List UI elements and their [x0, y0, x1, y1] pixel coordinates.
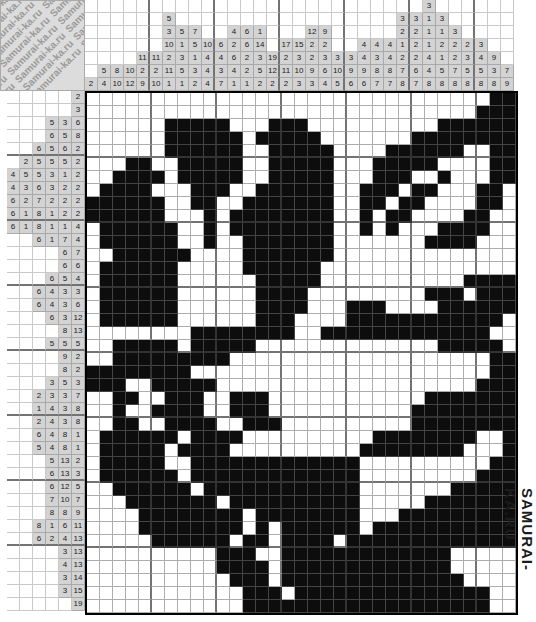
grid-cell[interactable]: [126, 509, 139, 522]
grid-cell[interactable]: [100, 106, 113, 119]
grid-cell[interactable]: [139, 262, 152, 275]
grid-cell[interactable]: [126, 301, 139, 314]
grid-cell[interactable]: [464, 340, 477, 353]
grid-cell[interactable]: [503, 145, 516, 158]
grid-cell[interactable]: [347, 496, 360, 509]
grid-cell[interactable]: [503, 197, 516, 210]
grid-cell[interactable]: [373, 366, 386, 379]
grid-cell[interactable]: [295, 483, 308, 496]
grid-cell[interactable]: [347, 379, 360, 392]
grid-cell[interactable]: [412, 119, 425, 132]
grid-cell[interactable]: [204, 509, 217, 522]
grid-cell[interactable]: [373, 106, 386, 119]
grid-cell[interactable]: [256, 93, 269, 106]
grid-cell[interactable]: [295, 457, 308, 470]
grid-cell[interactable]: [269, 197, 282, 210]
grid-cell[interactable]: [490, 314, 503, 327]
grid-cell[interactable]: [412, 522, 425, 535]
grid-cell[interactable]: [425, 470, 438, 483]
grid-cell[interactable]: [464, 314, 477, 327]
grid-cell[interactable]: [139, 314, 152, 327]
grid-cell[interactable]: [139, 171, 152, 184]
grid-cell[interactable]: [256, 535, 269, 548]
grid-cell[interactable]: [256, 262, 269, 275]
grid-cell[interactable]: [269, 600, 282, 613]
grid-cell[interactable]: [152, 353, 165, 366]
grid-cell[interactable]: [451, 236, 464, 249]
grid-cell[interactable]: [321, 132, 334, 145]
grid-cell[interactable]: [165, 353, 178, 366]
grid-cell[interactable]: [373, 288, 386, 301]
grid-cell[interactable]: [373, 119, 386, 132]
grid-cell[interactable]: [503, 366, 516, 379]
grid-cell[interactable]: [269, 249, 282, 262]
grid-cell[interactable]: [490, 158, 503, 171]
grid-cell[interactable]: [451, 145, 464, 158]
grid-cell[interactable]: [126, 119, 139, 132]
grid-cell[interactable]: [321, 197, 334, 210]
grid-cell[interactable]: [230, 106, 243, 119]
grid-cell[interactable]: [308, 236, 321, 249]
grid-cell[interactable]: [438, 457, 451, 470]
grid-cell[interactable]: [100, 392, 113, 405]
grid-cell[interactable]: [152, 470, 165, 483]
grid-cell[interactable]: [464, 106, 477, 119]
grid-cell[interactable]: [425, 509, 438, 522]
grid-cell[interactable]: [282, 470, 295, 483]
grid-cell[interactable]: [503, 340, 516, 353]
grid-cell[interactable]: [204, 418, 217, 431]
grid-cell[interactable]: [295, 158, 308, 171]
grid-cell[interactable]: [152, 522, 165, 535]
grid-cell[interactable]: [295, 340, 308, 353]
grid-cell[interactable]: [425, 379, 438, 392]
grid-cell[interactable]: [178, 197, 191, 210]
grid-cell[interactable]: [308, 483, 321, 496]
grid-cell[interactable]: [243, 327, 256, 340]
grid-cell[interactable]: [503, 379, 516, 392]
grid-cell[interactable]: [373, 496, 386, 509]
grid-cell[interactable]: [269, 184, 282, 197]
grid-cell[interactable]: [165, 119, 178, 132]
grid-cell[interactable]: [425, 483, 438, 496]
grid-cell[interactable]: [347, 327, 360, 340]
grid-cell[interactable]: [282, 392, 295, 405]
grid-cell[interactable]: [100, 197, 113, 210]
grid-cell[interactable]: [230, 327, 243, 340]
grid-cell[interactable]: [360, 171, 373, 184]
grid-cell[interactable]: [191, 574, 204, 587]
grid-cell[interactable]: [100, 327, 113, 340]
grid-cell[interactable]: [204, 145, 217, 158]
grid-cell[interactable]: [412, 210, 425, 223]
grid-cell[interactable]: [386, 314, 399, 327]
grid-cell[interactable]: [464, 587, 477, 600]
grid-cell[interactable]: [438, 587, 451, 600]
grid-cell[interactable]: [321, 158, 334, 171]
grid-cell[interactable]: [178, 457, 191, 470]
grid-cell[interactable]: [113, 431, 126, 444]
grid-cell[interactable]: [100, 301, 113, 314]
grid-cell[interactable]: [217, 522, 230, 535]
grid-cell[interactable]: [152, 197, 165, 210]
grid-cell[interactable]: [282, 197, 295, 210]
grid-cell[interactable]: [464, 444, 477, 457]
grid-cell[interactable]: [386, 236, 399, 249]
grid-cell[interactable]: [282, 509, 295, 522]
grid-cell[interactable]: [126, 340, 139, 353]
grid-cell[interactable]: [230, 600, 243, 613]
grid-cell[interactable]: [490, 197, 503, 210]
grid-cell[interactable]: [126, 106, 139, 119]
grid-cell[interactable]: [295, 353, 308, 366]
grid-cell[interactable]: [178, 132, 191, 145]
grid-cell[interactable]: [217, 184, 230, 197]
grid-cell[interactable]: [477, 522, 490, 535]
grid-cell[interactable]: [256, 457, 269, 470]
grid-cell[interactable]: [256, 379, 269, 392]
grid-cell[interactable]: [126, 275, 139, 288]
grid-cell[interactable]: [308, 470, 321, 483]
grid-cell[interactable]: [256, 184, 269, 197]
grid-cell[interactable]: [425, 132, 438, 145]
grid-cell[interactable]: [100, 184, 113, 197]
grid-cell[interactable]: [412, 483, 425, 496]
grid-cell[interactable]: [503, 275, 516, 288]
grid-cell[interactable]: [477, 249, 490, 262]
grid-cell[interactable]: [230, 431, 243, 444]
grid-cell[interactable]: [217, 496, 230, 509]
grid-cell[interactable]: [113, 548, 126, 561]
grid-cell[interactable]: [269, 171, 282, 184]
grid-cell[interactable]: [438, 275, 451, 288]
grid-cell[interactable]: [464, 509, 477, 522]
grid-cell[interactable]: [178, 509, 191, 522]
grid-cell[interactable]: [347, 223, 360, 236]
grid-cell[interactable]: [269, 418, 282, 431]
grid-cell[interactable]: [100, 340, 113, 353]
grid-cell[interactable]: [386, 210, 399, 223]
grid-cell[interactable]: [464, 197, 477, 210]
grid-cell[interactable]: [152, 496, 165, 509]
grid-cell[interactable]: [451, 158, 464, 171]
grid-cell[interactable]: [334, 561, 347, 574]
grid-cell[interactable]: [451, 210, 464, 223]
grid-cell[interactable]: [308, 574, 321, 587]
grid-cell[interactable]: [373, 171, 386, 184]
grid-cell[interactable]: [191, 93, 204, 106]
grid-cell[interactable]: [243, 470, 256, 483]
grid-cell[interactable]: [503, 314, 516, 327]
grid-cell[interactable]: [204, 314, 217, 327]
grid-cell[interactable]: [87, 574, 100, 587]
grid-cell[interactable]: [178, 379, 191, 392]
grid-cell[interactable]: [490, 93, 503, 106]
grid-cell[interactable]: [477, 132, 490, 145]
grid-cell[interactable]: [503, 106, 516, 119]
grid-cell[interactable]: [321, 587, 334, 600]
grid-cell[interactable]: [204, 184, 217, 197]
grid-cell[interactable]: [347, 587, 360, 600]
grid-cell[interactable]: [282, 132, 295, 145]
grid-cell[interactable]: [360, 340, 373, 353]
grid-cell[interactable]: [126, 405, 139, 418]
grid-cell[interactable]: [386, 509, 399, 522]
grid-cell[interactable]: [243, 379, 256, 392]
grid-cell[interactable]: [464, 145, 477, 158]
grid-cell[interactable]: [321, 288, 334, 301]
grid-cell[interactable]: [347, 483, 360, 496]
grid-cell[interactable]: [321, 366, 334, 379]
grid-cell[interactable]: [477, 600, 490, 613]
grid-cell[interactable]: [282, 574, 295, 587]
grid-cell[interactable]: [217, 288, 230, 301]
grid-cell[interactable]: [347, 509, 360, 522]
grid-cell[interactable]: [399, 587, 412, 600]
grid-cell[interactable]: [477, 184, 490, 197]
grid-cell[interactable]: [243, 119, 256, 132]
grid-cell[interactable]: [451, 314, 464, 327]
grid-cell[interactable]: [490, 106, 503, 119]
grid-cell[interactable]: [269, 379, 282, 392]
grid-cell[interactable]: [438, 145, 451, 158]
grid-cell[interactable]: [87, 561, 100, 574]
grid-cell[interactable]: [321, 184, 334, 197]
grid-cell[interactable]: [152, 262, 165, 275]
grid-cell[interactable]: [87, 106, 100, 119]
grid-cell[interactable]: [243, 600, 256, 613]
grid-cell[interactable]: [152, 210, 165, 223]
grid-cell[interactable]: [503, 171, 516, 184]
grid-cell[interactable]: [464, 548, 477, 561]
grid-cell[interactable]: [282, 171, 295, 184]
grid-cell[interactable]: [100, 548, 113, 561]
grid-cell[interactable]: [165, 93, 178, 106]
grid-cell[interactable]: [165, 249, 178, 262]
grid-cell[interactable]: [191, 249, 204, 262]
grid-cell[interactable]: [412, 392, 425, 405]
grid-cell[interactable]: [490, 392, 503, 405]
grid-cell[interactable]: [308, 457, 321, 470]
grid-cell[interactable]: [412, 366, 425, 379]
grid-cell[interactable]: [100, 561, 113, 574]
grid-cell[interactable]: [269, 509, 282, 522]
grid-cell[interactable]: [347, 600, 360, 613]
grid-cell[interactable]: [87, 548, 100, 561]
grid-cell[interactable]: [87, 522, 100, 535]
grid-cell[interactable]: [334, 574, 347, 587]
grid-cell[interactable]: [295, 548, 308, 561]
grid-cell[interactable]: [321, 444, 334, 457]
grid-cell[interactable]: [477, 392, 490, 405]
grid-cell[interactable]: [204, 93, 217, 106]
grid-cell[interactable]: [477, 236, 490, 249]
grid-cell[interactable]: [152, 145, 165, 158]
grid-cell[interactable]: [425, 418, 438, 431]
grid-cell[interactable]: [347, 171, 360, 184]
grid-cell[interactable]: [360, 184, 373, 197]
grid-cell[interactable]: [100, 236, 113, 249]
grid-cell[interactable]: [321, 535, 334, 548]
grid-cell[interactable]: [295, 327, 308, 340]
grid-cell[interactable]: [308, 275, 321, 288]
grid-cell[interactable]: [360, 444, 373, 457]
grid-cell[interactable]: [490, 132, 503, 145]
grid-cell[interactable]: [256, 236, 269, 249]
grid-cell[interactable]: [191, 132, 204, 145]
grid-cell[interactable]: [477, 379, 490, 392]
grid-cell[interactable]: [295, 535, 308, 548]
grid-cell[interactable]: [126, 223, 139, 236]
grid-cell[interactable]: [464, 470, 477, 483]
grid-cell[interactable]: [477, 548, 490, 561]
grid-cell[interactable]: [243, 548, 256, 561]
grid-cell[interactable]: [230, 262, 243, 275]
grid-cell[interactable]: [308, 262, 321, 275]
grid-cell[interactable]: [165, 522, 178, 535]
grid-cell[interactable]: [152, 171, 165, 184]
grid-cell[interactable]: [230, 418, 243, 431]
grid-cell[interactable]: [100, 314, 113, 327]
grid-cell[interactable]: [113, 587, 126, 600]
grid-cell[interactable]: [165, 431, 178, 444]
grid-cell[interactable]: [425, 314, 438, 327]
grid-cell[interactable]: [243, 93, 256, 106]
grid-cell[interactable]: [126, 574, 139, 587]
grid-cell[interactable]: [490, 301, 503, 314]
grid-cell[interactable]: [451, 431, 464, 444]
grid-cell[interactable]: [165, 509, 178, 522]
grid-cell[interactable]: [412, 405, 425, 418]
grid-cell[interactable]: [204, 522, 217, 535]
grid-cell[interactable]: [191, 171, 204, 184]
grid-cell[interactable]: [490, 470, 503, 483]
grid-cell[interactable]: [386, 483, 399, 496]
grid-cell[interactable]: [204, 496, 217, 509]
grid-cell[interactable]: [217, 210, 230, 223]
grid-cell[interactable]: [360, 600, 373, 613]
grid-cell[interactable]: [243, 444, 256, 457]
grid-cell[interactable]: [295, 405, 308, 418]
grid-cell[interactable]: [321, 119, 334, 132]
grid-cell[interactable]: [152, 483, 165, 496]
grid-cell[interactable]: [347, 249, 360, 262]
grid-cell[interactable]: [347, 457, 360, 470]
grid-cell[interactable]: [347, 314, 360, 327]
grid-cell[interactable]: [178, 561, 191, 574]
grid-cell[interactable]: [152, 366, 165, 379]
grid-cell[interactable]: [243, 405, 256, 418]
grid-cell[interactable]: [438, 236, 451, 249]
grid-cell[interactable]: [386, 197, 399, 210]
grid-cell[interactable]: [347, 353, 360, 366]
grid-cell[interactable]: [230, 236, 243, 249]
grid-cell[interactable]: [256, 522, 269, 535]
grid-cell[interactable]: [425, 587, 438, 600]
grid-cell[interactable]: [477, 340, 490, 353]
grid-cell[interactable]: [100, 119, 113, 132]
grid-cell[interactable]: [438, 93, 451, 106]
grid-cell[interactable]: [178, 366, 191, 379]
grid-cell[interactable]: [321, 457, 334, 470]
grid-cell[interactable]: [269, 275, 282, 288]
grid-cell[interactable]: [230, 249, 243, 262]
grid-cell[interactable]: [282, 275, 295, 288]
grid-cell[interactable]: [152, 587, 165, 600]
grid-cell[interactable]: [243, 457, 256, 470]
grid-cell[interactable]: [373, 587, 386, 600]
grid-cell[interactable]: [490, 418, 503, 431]
grid-cell[interactable]: [113, 392, 126, 405]
grid-cell[interactable]: [243, 249, 256, 262]
grid-cell[interactable]: [295, 431, 308, 444]
grid-cell[interactable]: [87, 158, 100, 171]
grid-cell[interactable]: [360, 483, 373, 496]
grid-cell[interactable]: [438, 171, 451, 184]
grid-cell[interactable]: [256, 132, 269, 145]
grid-cell[interactable]: [425, 210, 438, 223]
grid-cell[interactable]: [152, 444, 165, 457]
grid-cell[interactable]: [477, 197, 490, 210]
grid-cell[interactable]: [399, 327, 412, 340]
grid-cell[interactable]: [282, 444, 295, 457]
grid-cell[interactable]: [230, 366, 243, 379]
grid-cell[interactable]: [191, 600, 204, 613]
grid-cell[interactable]: [126, 158, 139, 171]
grid-cell[interactable]: [269, 236, 282, 249]
grid-cell[interactable]: [503, 158, 516, 171]
grid-cell[interactable]: [308, 548, 321, 561]
grid-cell[interactable]: [477, 509, 490, 522]
grid-cell[interactable]: [399, 145, 412, 158]
grid-cell[interactable]: [113, 340, 126, 353]
grid-cell[interactable]: [334, 314, 347, 327]
grid-cell[interactable]: [412, 171, 425, 184]
grid-cell[interactable]: [334, 418, 347, 431]
grid-cell[interactable]: [126, 496, 139, 509]
grid-cell[interactable]: [282, 379, 295, 392]
grid-cell[interactable]: [217, 145, 230, 158]
grid-cell[interactable]: [178, 327, 191, 340]
grid-cell[interactable]: [334, 431, 347, 444]
grid-cell[interactable]: [178, 522, 191, 535]
grid-cell[interactable]: [321, 171, 334, 184]
grid-cell[interactable]: [438, 158, 451, 171]
grid-cell[interactable]: [165, 184, 178, 197]
grid-cell[interactable]: [425, 522, 438, 535]
grid-cell[interactable]: [451, 535, 464, 548]
grid-cell[interactable]: [152, 340, 165, 353]
grid-cell[interactable]: [490, 379, 503, 392]
grid-cell[interactable]: [490, 431, 503, 444]
grid-cell[interactable]: [87, 171, 100, 184]
grid-cell[interactable]: [399, 197, 412, 210]
grid-cell[interactable]: [126, 288, 139, 301]
grid-cell[interactable]: [490, 561, 503, 574]
grid-cell[interactable]: [321, 548, 334, 561]
grid-cell[interactable]: [87, 301, 100, 314]
grid-cell[interactable]: [269, 574, 282, 587]
grid-cell[interactable]: [87, 444, 100, 457]
grid-cell[interactable]: [308, 93, 321, 106]
grid-cell[interactable]: [204, 405, 217, 418]
grid-cell[interactable]: [152, 535, 165, 548]
grid-cell[interactable]: [490, 236, 503, 249]
grid-cell[interactable]: [217, 93, 230, 106]
grid-cell[interactable]: [425, 158, 438, 171]
grid-cell[interactable]: [438, 184, 451, 197]
grid-cell[interactable]: [451, 171, 464, 184]
